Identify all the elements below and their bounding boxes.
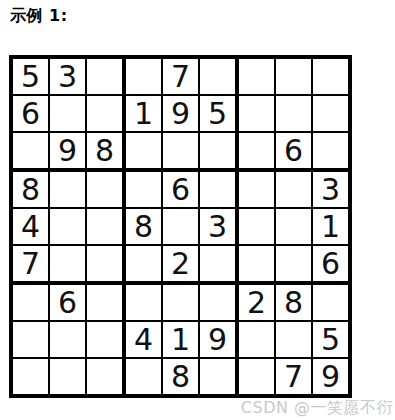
sudoku-cell-r2c1: 6 xyxy=(13,96,50,133)
sudoku-cell-r4c2 xyxy=(50,172,87,209)
sudoku-cell-r7c1 xyxy=(13,285,50,322)
sudoku-grid: 537619598686348317266284195879 xyxy=(9,55,352,398)
sudoku-cell-r6c2 xyxy=(50,246,87,285)
sudoku-cell-r4c6 xyxy=(200,172,239,209)
sudoku-cell-r9c7 xyxy=(239,359,276,394)
sudoku-cell-r9c9: 9 xyxy=(313,359,348,394)
sudoku-cell-r8c9: 5 xyxy=(313,322,348,359)
sudoku-cell-r8c3 xyxy=(87,322,126,359)
sudoku-cell-r2c4: 1 xyxy=(126,96,163,133)
sudoku-cell-r4c1: 8 xyxy=(13,172,50,209)
sudoku-cell-r5c2 xyxy=(50,209,87,246)
sudoku-cell-r4c8 xyxy=(276,172,313,209)
sudoku-cell-r1c7 xyxy=(239,59,276,96)
sudoku-cell-r8c4: 4 xyxy=(126,322,163,359)
sudoku-cell-r9c6 xyxy=(200,359,239,394)
sudoku-cell-r3c5 xyxy=(163,133,200,172)
sudoku-cell-r2c9 xyxy=(313,96,348,133)
sudoku-cell-r8c7 xyxy=(239,322,276,359)
sudoku-cell-r1c3 xyxy=(87,59,126,96)
sudoku-cell-r1c4 xyxy=(126,59,163,96)
watermark: CSDN @一笑愿不衍 xyxy=(241,398,393,419)
sudoku-cell-r2c8 xyxy=(276,96,313,133)
sudoku-cell-r9c1 xyxy=(13,359,50,394)
sudoku-cell-r7c9 xyxy=(313,285,348,322)
sudoku-cell-r3c8: 6 xyxy=(276,133,313,172)
sudoku-cell-r8c8 xyxy=(276,322,313,359)
sudoku-cell-r2c6: 5 xyxy=(200,96,239,133)
sudoku-cell-r5c1: 4 xyxy=(13,209,50,246)
sudoku-cell-r1c5: 7 xyxy=(163,59,200,96)
sudoku-cell-r2c3 xyxy=(87,96,126,133)
sudoku-cell-r4c7 xyxy=(239,172,276,209)
sudoku-cell-r6c7 xyxy=(239,246,276,285)
sudoku-cell-r1c8 xyxy=(276,59,313,96)
sudoku-cell-r7c3 xyxy=(87,285,126,322)
sudoku-example-page: 示例 1: 537619598686348317266284195879 CSD… xyxy=(0,0,395,420)
sudoku-cell-r9c8: 7 xyxy=(276,359,313,394)
sudoku-cell-r5c6: 3 xyxy=(200,209,239,246)
sudoku-cell-r8c1 xyxy=(13,322,50,359)
sudoku-cell-r7c7: 2 xyxy=(239,285,276,322)
sudoku-cell-r7c8: 8 xyxy=(276,285,313,322)
sudoku-cell-r9c5: 8 xyxy=(163,359,200,394)
sudoku-cell-r1c6 xyxy=(200,59,239,96)
sudoku-cell-r5c3 xyxy=(87,209,126,246)
sudoku-cell-r7c2: 6 xyxy=(50,285,87,322)
page-title: 示例 1: xyxy=(10,6,68,27)
sudoku-cell-r6c3 xyxy=(87,246,126,285)
sudoku-cell-r6c1: 7 xyxy=(13,246,50,285)
sudoku-cell-r3c7 xyxy=(239,133,276,172)
sudoku-cell-r1c9 xyxy=(313,59,348,96)
sudoku-cell-r5c4: 8 xyxy=(126,209,163,246)
sudoku-cell-r4c5: 6 xyxy=(163,172,200,209)
sudoku-cell-r7c6 xyxy=(200,285,239,322)
sudoku-cell-r7c5 xyxy=(163,285,200,322)
sudoku-cell-r4c3 xyxy=(87,172,126,209)
sudoku-cell-r1c1: 5 xyxy=(13,59,50,96)
sudoku-cell-r3c1 xyxy=(13,133,50,172)
sudoku-cell-r6c6 xyxy=(200,246,239,285)
sudoku-cell-r4c4 xyxy=(126,172,163,209)
sudoku-cell-r6c5: 2 xyxy=(163,246,200,285)
sudoku-cell-r3c3: 8 xyxy=(87,133,126,172)
sudoku-cell-r3c9 xyxy=(313,133,348,172)
sudoku-cell-r4c9: 3 xyxy=(313,172,348,209)
sudoku-cell-r2c7 xyxy=(239,96,276,133)
sudoku-cell-r3c6 xyxy=(200,133,239,172)
sudoku-cell-r6c8 xyxy=(276,246,313,285)
sudoku-cell-r8c6: 9 xyxy=(200,322,239,359)
sudoku-cell-r8c5: 1 xyxy=(163,322,200,359)
sudoku-cell-r2c2 xyxy=(50,96,87,133)
sudoku-cell-r1c2: 3 xyxy=(50,59,87,96)
sudoku-cell-r3c4 xyxy=(126,133,163,172)
sudoku-cell-r9c4 xyxy=(126,359,163,394)
sudoku-cell-r9c2 xyxy=(50,359,87,394)
sudoku-cell-r5c9: 1 xyxy=(313,209,348,246)
sudoku-cell-r9c3 xyxy=(87,359,126,394)
sudoku-cell-r6c4 xyxy=(126,246,163,285)
sudoku-cell-r8c2 xyxy=(50,322,87,359)
sudoku-cell-r3c2: 9 xyxy=(50,133,87,172)
sudoku-cell-r6c9: 6 xyxy=(313,246,348,285)
sudoku-cell-r2c5: 9 xyxy=(163,96,200,133)
sudoku-cell-r7c4 xyxy=(126,285,163,322)
sudoku-cell-r5c7 xyxy=(239,209,276,246)
sudoku-cell-r5c5 xyxy=(163,209,200,246)
sudoku-cell-r5c8 xyxy=(276,209,313,246)
